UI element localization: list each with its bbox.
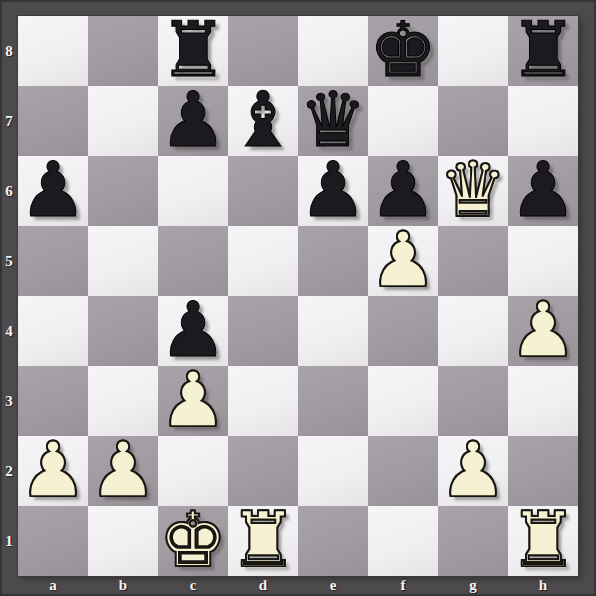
- black-pawn-e6[interactable]: ♟: [299, 155, 367, 225]
- square-g2[interactable]: ♟: [438, 436, 508, 506]
- square-a6[interactable]: ♟: [18, 156, 88, 226]
- square-g5[interactable]: [438, 226, 508, 296]
- square-d5[interactable]: [228, 226, 298, 296]
- black-bishop-d7[interactable]: ♝: [229, 85, 297, 155]
- square-d6[interactable]: [228, 156, 298, 226]
- white-pawn-b2[interactable]: ♟: [89, 435, 157, 505]
- black-king-f8[interactable]: ♚: [369, 15, 437, 85]
- black-pawn-a6[interactable]: ♟: [19, 155, 87, 225]
- rank-label-3: 3: [0, 366, 18, 436]
- square-b7[interactable]: [88, 86, 158, 156]
- square-c3[interactable]: ♟: [158, 366, 228, 436]
- square-b4[interactable]: [88, 296, 158, 366]
- square-f5[interactable]: ♟: [368, 226, 438, 296]
- square-d4[interactable]: [228, 296, 298, 366]
- rank-label-5: 5: [0, 226, 18, 296]
- black-rook-h8[interactable]: ♜: [509, 15, 577, 85]
- square-e5[interactable]: [298, 226, 368, 296]
- square-b6[interactable]: [88, 156, 158, 226]
- black-pawn-h6[interactable]: ♟: [509, 155, 577, 225]
- white-pawn-a2[interactable]: ♟: [19, 435, 87, 505]
- square-h6[interactable]: ♟: [508, 156, 578, 226]
- square-d7[interactable]: ♝: [228, 86, 298, 156]
- square-e6[interactable]: ♟: [298, 156, 368, 226]
- file-labels: abcdefgh: [18, 576, 578, 596]
- square-f2[interactable]: [368, 436, 438, 506]
- rank-label-8: 8: [0, 16, 18, 86]
- square-a8[interactable]: [18, 16, 88, 86]
- square-g4[interactable]: [438, 296, 508, 366]
- square-b2[interactable]: ♟: [88, 436, 158, 506]
- white-pawn-h4[interactable]: ♟: [509, 295, 577, 365]
- square-g8[interactable]: [438, 16, 508, 86]
- white-queen-g6[interactable]: ♛: [439, 155, 507, 225]
- rank-label-6: 6: [0, 156, 18, 226]
- white-king-c1[interactable]: ♚: [159, 505, 227, 575]
- square-b8[interactable]: [88, 16, 158, 86]
- white-pawn-c3[interactable]: ♟: [159, 365, 227, 435]
- square-b5[interactable]: [88, 226, 158, 296]
- square-e1[interactable]: [298, 506, 368, 576]
- square-f1[interactable]: [368, 506, 438, 576]
- square-e2[interactable]: [298, 436, 368, 506]
- rank-label-7: 7: [0, 86, 18, 156]
- chess-board: ♜♚♜♟♝♛♟♟♟♛♟♟♟♟♟♟♟♟♚♜♜: [18, 16, 578, 576]
- square-h4[interactable]: ♟: [508, 296, 578, 366]
- file-label-f: f: [368, 576, 438, 596]
- black-pawn-c7[interactable]: ♟: [159, 85, 227, 155]
- square-h8[interactable]: ♜: [508, 16, 578, 86]
- square-d3[interactable]: [228, 366, 298, 436]
- square-g1[interactable]: [438, 506, 508, 576]
- rank-labels: 87654321: [0, 16, 18, 576]
- white-rook-d1[interactable]: ♜: [229, 505, 297, 575]
- square-e4[interactable]: [298, 296, 368, 366]
- square-g6[interactable]: ♛: [438, 156, 508, 226]
- square-a5[interactable]: [18, 226, 88, 296]
- square-a4[interactable]: [18, 296, 88, 366]
- square-b1[interactable]: [88, 506, 158, 576]
- square-f8[interactable]: ♚: [368, 16, 438, 86]
- rank-label-1: 1: [0, 506, 18, 576]
- rank-label-4: 4: [0, 296, 18, 366]
- file-label-a: a: [18, 576, 88, 596]
- file-label-g: g: [438, 576, 508, 596]
- square-f3[interactable]: [368, 366, 438, 436]
- square-h3[interactable]: [508, 366, 578, 436]
- square-c6[interactable]: [158, 156, 228, 226]
- square-h1[interactable]: ♜: [508, 506, 578, 576]
- white-rook-h1[interactable]: ♜: [509, 505, 577, 575]
- square-c1[interactable]: ♚: [158, 506, 228, 576]
- square-d1[interactable]: ♜: [228, 506, 298, 576]
- square-c7[interactable]: ♟: [158, 86, 228, 156]
- file-label-e: e: [298, 576, 368, 596]
- file-label-b: b: [88, 576, 158, 596]
- white-pawn-g2[interactable]: ♟: [439, 435, 507, 505]
- square-e3[interactable]: [298, 366, 368, 436]
- rank-label-2: 2: [0, 436, 18, 506]
- white-pawn-f5[interactable]: ♟: [369, 225, 437, 295]
- square-a2[interactable]: ♟: [18, 436, 88, 506]
- square-a1[interactable]: [18, 506, 88, 576]
- square-f4[interactable]: [368, 296, 438, 366]
